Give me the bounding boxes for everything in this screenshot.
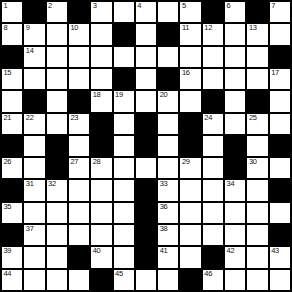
clue-number: 37 <box>26 225 34 233</box>
clue-number: 46 <box>204 270 212 278</box>
crossword-cell[interactable]: 13 <box>247 24 267 44</box>
crossword-cell[interactable]: 5 <box>180 2 200 22</box>
clue-number: 27 <box>70 158 78 166</box>
crossword-cell[interactable]: 41 <box>158 247 178 267</box>
clue-number: 30 <box>249 158 257 166</box>
crossword-cell[interactable]: 20 <box>158 91 178 111</box>
crossword-cell[interactable]: 30 <box>247 158 267 178</box>
crossword-cell[interactable]: 39 <box>2 247 22 267</box>
crossword-cell[interactable] <box>91 69 111 89</box>
clue-number: 5 <box>182 2 186 10</box>
crossword-cell[interactable]: 29 <box>180 158 200 178</box>
crossword-cell[interactable] <box>91 180 111 200</box>
crossword-cell[interactable]: 34 <box>225 180 245 200</box>
black-cell <box>225 136 245 156</box>
crossword-cell[interactable] <box>203 69 223 89</box>
clue-number: 34 <box>227 180 235 188</box>
clue-number: 4 <box>137 2 141 10</box>
crossword-cell[interactable]: 17 <box>270 69 290 89</box>
crossword-cell[interactable]: 31 <box>24 180 44 200</box>
crossword-cell[interactable] <box>225 270 245 290</box>
crossword-cell[interactable] <box>136 270 156 290</box>
crossword-cell[interactable]: 35 <box>2 203 22 223</box>
clue-number: 28 <box>93 158 101 166</box>
crossword-cell[interactable] <box>47 69 67 89</box>
black-cell <box>247 2 267 22</box>
crossword-cell[interactable] <box>225 114 245 134</box>
crossword-cell[interactable]: 44 <box>2 270 22 290</box>
clue-number: 11 <box>182 24 189 32</box>
crossword-cell[interactable]: 37 <box>24 225 44 245</box>
crossword-cell[interactable] <box>225 47 245 67</box>
clue-number: 18 <box>93 91 101 99</box>
crossword-cell[interactable] <box>114 203 134 223</box>
black-cell <box>136 247 156 267</box>
black-cell <box>225 158 245 178</box>
clue-number: 15 <box>4 69 12 77</box>
crossword-cell[interactable]: 12 <box>203 24 223 44</box>
black-cell <box>2 225 22 245</box>
black-cell <box>270 180 290 200</box>
clue-number: 1 <box>4 2 8 10</box>
crossword-cell[interactable] <box>203 225 223 245</box>
crossword-cell[interactable]: 22 <box>24 114 44 134</box>
crossword-cell[interactable] <box>114 225 134 245</box>
crossword-cell[interactable] <box>270 158 290 178</box>
crossword-cell[interactable] <box>69 225 89 245</box>
black-cell <box>69 91 89 111</box>
crossword-cell[interactable]: 40 <box>91 247 111 267</box>
crossword-cell[interactable] <box>24 247 44 267</box>
crossword-cell[interactable] <box>69 47 89 67</box>
crossword-cell[interactable] <box>158 47 178 67</box>
clue-number: 10 <box>70 24 78 32</box>
black-cell <box>91 270 111 290</box>
crossword-cell[interactable] <box>180 203 200 223</box>
crossword-cell[interactable]: 38 <box>158 225 178 245</box>
crossword-cell[interactable]: 7 <box>270 2 290 22</box>
black-cell <box>2 180 22 200</box>
clue-number: 8 <box>4 24 8 32</box>
clue-number: 19 <box>115 91 123 99</box>
crossword-cell[interactable] <box>247 136 267 156</box>
black-cell <box>136 203 156 223</box>
crossword-cell[interactable] <box>69 203 89 223</box>
crossword-cell[interactable] <box>158 270 178 290</box>
black-cell <box>203 247 223 267</box>
clue-number: 44 <box>4 270 12 278</box>
crossword-cell[interactable] <box>47 24 67 44</box>
clue-number: 23 <box>70 114 78 122</box>
crossword-cell[interactable]: 42 <box>225 247 245 267</box>
black-cell <box>158 24 178 44</box>
clue-number: 42 <box>227 247 235 255</box>
crossword-cell[interactable]: 32 <box>47 180 67 200</box>
crossword-cell[interactable] <box>203 47 223 67</box>
crossword-cell[interactable] <box>270 114 290 134</box>
crossword-cell[interactable] <box>225 203 245 223</box>
clue-number: 7 <box>271 2 275 10</box>
crossword-cell[interactable] <box>114 158 134 178</box>
black-cell <box>69 247 89 267</box>
crossword-cell[interactable]: 4 <box>136 2 156 22</box>
crossword-cell[interactable] <box>180 47 200 67</box>
black-cell <box>247 91 267 111</box>
crossword-cell[interactable] <box>180 91 200 111</box>
crossword-cell[interactable] <box>270 203 290 223</box>
clue-number: 43 <box>271 247 279 255</box>
clue-number: 22 <box>26 114 34 122</box>
crossword-cell[interactable] <box>136 47 156 67</box>
crossword-cell[interactable] <box>225 69 245 89</box>
crossword-cell[interactable] <box>225 24 245 44</box>
crossword-cell[interactable] <box>203 180 223 200</box>
crossword-cell[interactable]: 15 <box>2 69 22 89</box>
crossword-cell[interactable] <box>69 136 89 156</box>
crossword-cell[interactable] <box>24 69 44 89</box>
black-cell <box>180 136 200 156</box>
clue-number: 6 <box>227 2 231 10</box>
crossword-cell[interactable] <box>247 225 267 245</box>
black-cell <box>270 225 290 245</box>
black-cell <box>158 69 178 89</box>
crossword-cell[interactable] <box>24 136 44 156</box>
crossword-cell[interactable] <box>247 69 267 89</box>
crossword-cell[interactable] <box>47 91 67 111</box>
clue-number: 29 <box>182 158 190 166</box>
crossword-board: 1234567891011121314151617181920212223242… <box>0 0 292 292</box>
black-cell <box>136 180 156 200</box>
clue-number: 39 <box>4 247 12 255</box>
clue-number: 20 <box>160 91 168 99</box>
crossword-cell[interactable] <box>47 225 67 245</box>
crossword-cell[interactable]: 2 <box>47 2 67 22</box>
crossword-cell[interactable]: 8 <box>2 24 22 44</box>
crossword-cell[interactable]: 1 <box>2 2 22 22</box>
crossword-cell[interactable] <box>114 136 134 156</box>
clue-number: 35 <box>4 203 12 211</box>
crossword-cell[interactable]: 46 <box>203 270 223 290</box>
crossword-cell[interactable] <box>225 91 245 111</box>
crossword-cell[interactable] <box>2 91 22 111</box>
crossword-cell[interactable] <box>203 136 223 156</box>
crossword-cell[interactable] <box>24 270 44 290</box>
clue-number: 26 <box>4 158 12 166</box>
black-cell <box>91 136 111 156</box>
black-cell <box>270 47 290 67</box>
crossword-cell[interactable]: 33 <box>158 180 178 200</box>
crossword-cell[interactable] <box>136 24 156 44</box>
crossword-cell[interactable] <box>91 203 111 223</box>
crossword-cell[interactable]: 18 <box>91 91 111 111</box>
black-cell <box>69 2 89 22</box>
clue-number: 14 <box>26 47 34 55</box>
black-cell <box>203 2 223 22</box>
clue-number: 3 <box>93 2 97 10</box>
crossword-cell[interactable]: 16 <box>180 69 200 89</box>
crossword-cell[interactable] <box>69 69 89 89</box>
crossword-cell[interactable]: 11 <box>180 24 200 44</box>
crossword-cell[interactable] <box>247 180 267 200</box>
clue-number: 25 <box>249 114 257 122</box>
clue-number: 16 <box>182 69 190 77</box>
crossword-cell[interactable] <box>180 247 200 267</box>
crossword-cell[interactable] <box>247 203 267 223</box>
black-cell <box>91 114 111 134</box>
black-cell <box>136 136 156 156</box>
black-cell <box>180 270 200 290</box>
black-cell <box>47 158 67 178</box>
crossword-cell[interactable] <box>180 225 200 245</box>
crossword-cell[interactable] <box>24 158 44 178</box>
crossword-cell[interactable]: 14 <box>24 47 44 67</box>
crossword-cell[interactable] <box>114 2 134 22</box>
crossword-cell[interactable] <box>247 270 267 290</box>
black-cell <box>136 114 156 134</box>
crossword-cell[interactable] <box>270 24 290 44</box>
black-cell <box>180 114 200 134</box>
crossword-cell[interactable] <box>47 47 67 67</box>
crossword-cell[interactable] <box>114 247 134 267</box>
crossword-cell[interactable]: 10 <box>69 24 89 44</box>
crossword-cell[interactable] <box>270 91 290 111</box>
clue-number: 24 <box>204 114 212 122</box>
crossword-cell[interactable]: 6 <box>225 2 245 22</box>
crossword-cell[interactable] <box>47 247 67 267</box>
black-cell <box>2 136 22 156</box>
clue-number: 2 <box>48 2 52 10</box>
clue-number: 31 <box>26 180 34 188</box>
crossword-cell[interactable] <box>203 158 223 178</box>
crossword-cell[interactable] <box>136 91 156 111</box>
crossword-cell[interactable]: 43 <box>270 247 290 267</box>
clue-number: 41 <box>160 247 168 255</box>
crossword-cell[interactable] <box>270 270 290 290</box>
clue-number: 40 <box>93 247 101 255</box>
crossword-cell[interactable]: 3 <box>91 2 111 22</box>
clue-number: 45 <box>115 270 123 278</box>
crossword-cell[interactable] <box>136 158 156 178</box>
clue-number: 38 <box>160 225 168 233</box>
black-cell <box>114 69 134 89</box>
crossword-cell[interactable] <box>203 203 223 223</box>
clue-number: 36 <box>160 203 168 211</box>
crossword-cell[interactable]: 26 <box>2 158 22 178</box>
crossword-cell[interactable] <box>91 225 111 245</box>
black-cell <box>270 136 290 156</box>
crossword-cell[interactable]: 24 <box>203 114 223 134</box>
black-cell <box>47 136 67 156</box>
crossword-cell[interactable] <box>247 47 267 67</box>
crossword-cell[interactable]: 27 <box>69 158 89 178</box>
clue-number: 12 <box>204 24 212 32</box>
crossword-cell[interactable] <box>24 203 44 223</box>
crossword-cell[interactable] <box>180 180 200 200</box>
black-cell <box>2 47 22 67</box>
crossword-cell[interactable]: 28 <box>91 158 111 178</box>
crossword-cell[interactable] <box>69 270 89 290</box>
crossword-cell[interactable] <box>136 69 156 89</box>
crossword-cell[interactable] <box>47 270 67 290</box>
crossword-cell[interactable] <box>158 158 178 178</box>
crossword-cell[interactable] <box>69 180 89 200</box>
crossword-cell[interactable] <box>225 225 245 245</box>
crossword-cell[interactable]: 21 <box>2 114 22 134</box>
crossword-cell[interactable]: 45 <box>114 270 134 290</box>
black-cell <box>24 91 44 111</box>
black-cell <box>24 2 44 22</box>
crossword-cell[interactable]: 36 <box>158 203 178 223</box>
crossword-cell[interactable]: 9 <box>24 24 44 44</box>
crossword-cell[interactable] <box>114 180 134 200</box>
crossword-cell[interactable] <box>91 47 111 67</box>
crossword-cell[interactable] <box>158 136 178 156</box>
crossword-cell[interactable] <box>91 24 111 44</box>
crossword-cell[interactable] <box>47 114 67 134</box>
clue-number: 17 <box>271 69 279 77</box>
crossword-cell[interactable] <box>158 114 178 134</box>
black-cell <box>203 91 223 111</box>
crossword-cell[interactable]: 19 <box>114 91 134 111</box>
clue-number: 21 <box>4 114 12 122</box>
clue-number: 32 <box>48 180 56 188</box>
crossword-cell[interactable] <box>47 203 67 223</box>
crossword-cell[interactable]: 23 <box>69 114 89 134</box>
crossword-cell[interactable]: 25 <box>247 114 267 134</box>
black-cell <box>114 24 134 44</box>
crossword-cell[interactable] <box>114 114 134 134</box>
black-cell <box>136 225 156 245</box>
crossword-grid: 1234567891011121314151617181920212223242… <box>0 0 292 292</box>
crossword-cell[interactable] <box>247 247 267 267</box>
crossword-cell[interactable] <box>114 47 134 67</box>
clue-number: 9 <box>26 24 30 32</box>
clue-number: 13 <box>249 24 257 32</box>
clue-number: 33 <box>160 180 168 188</box>
crossword-cell[interactable] <box>158 2 178 22</box>
